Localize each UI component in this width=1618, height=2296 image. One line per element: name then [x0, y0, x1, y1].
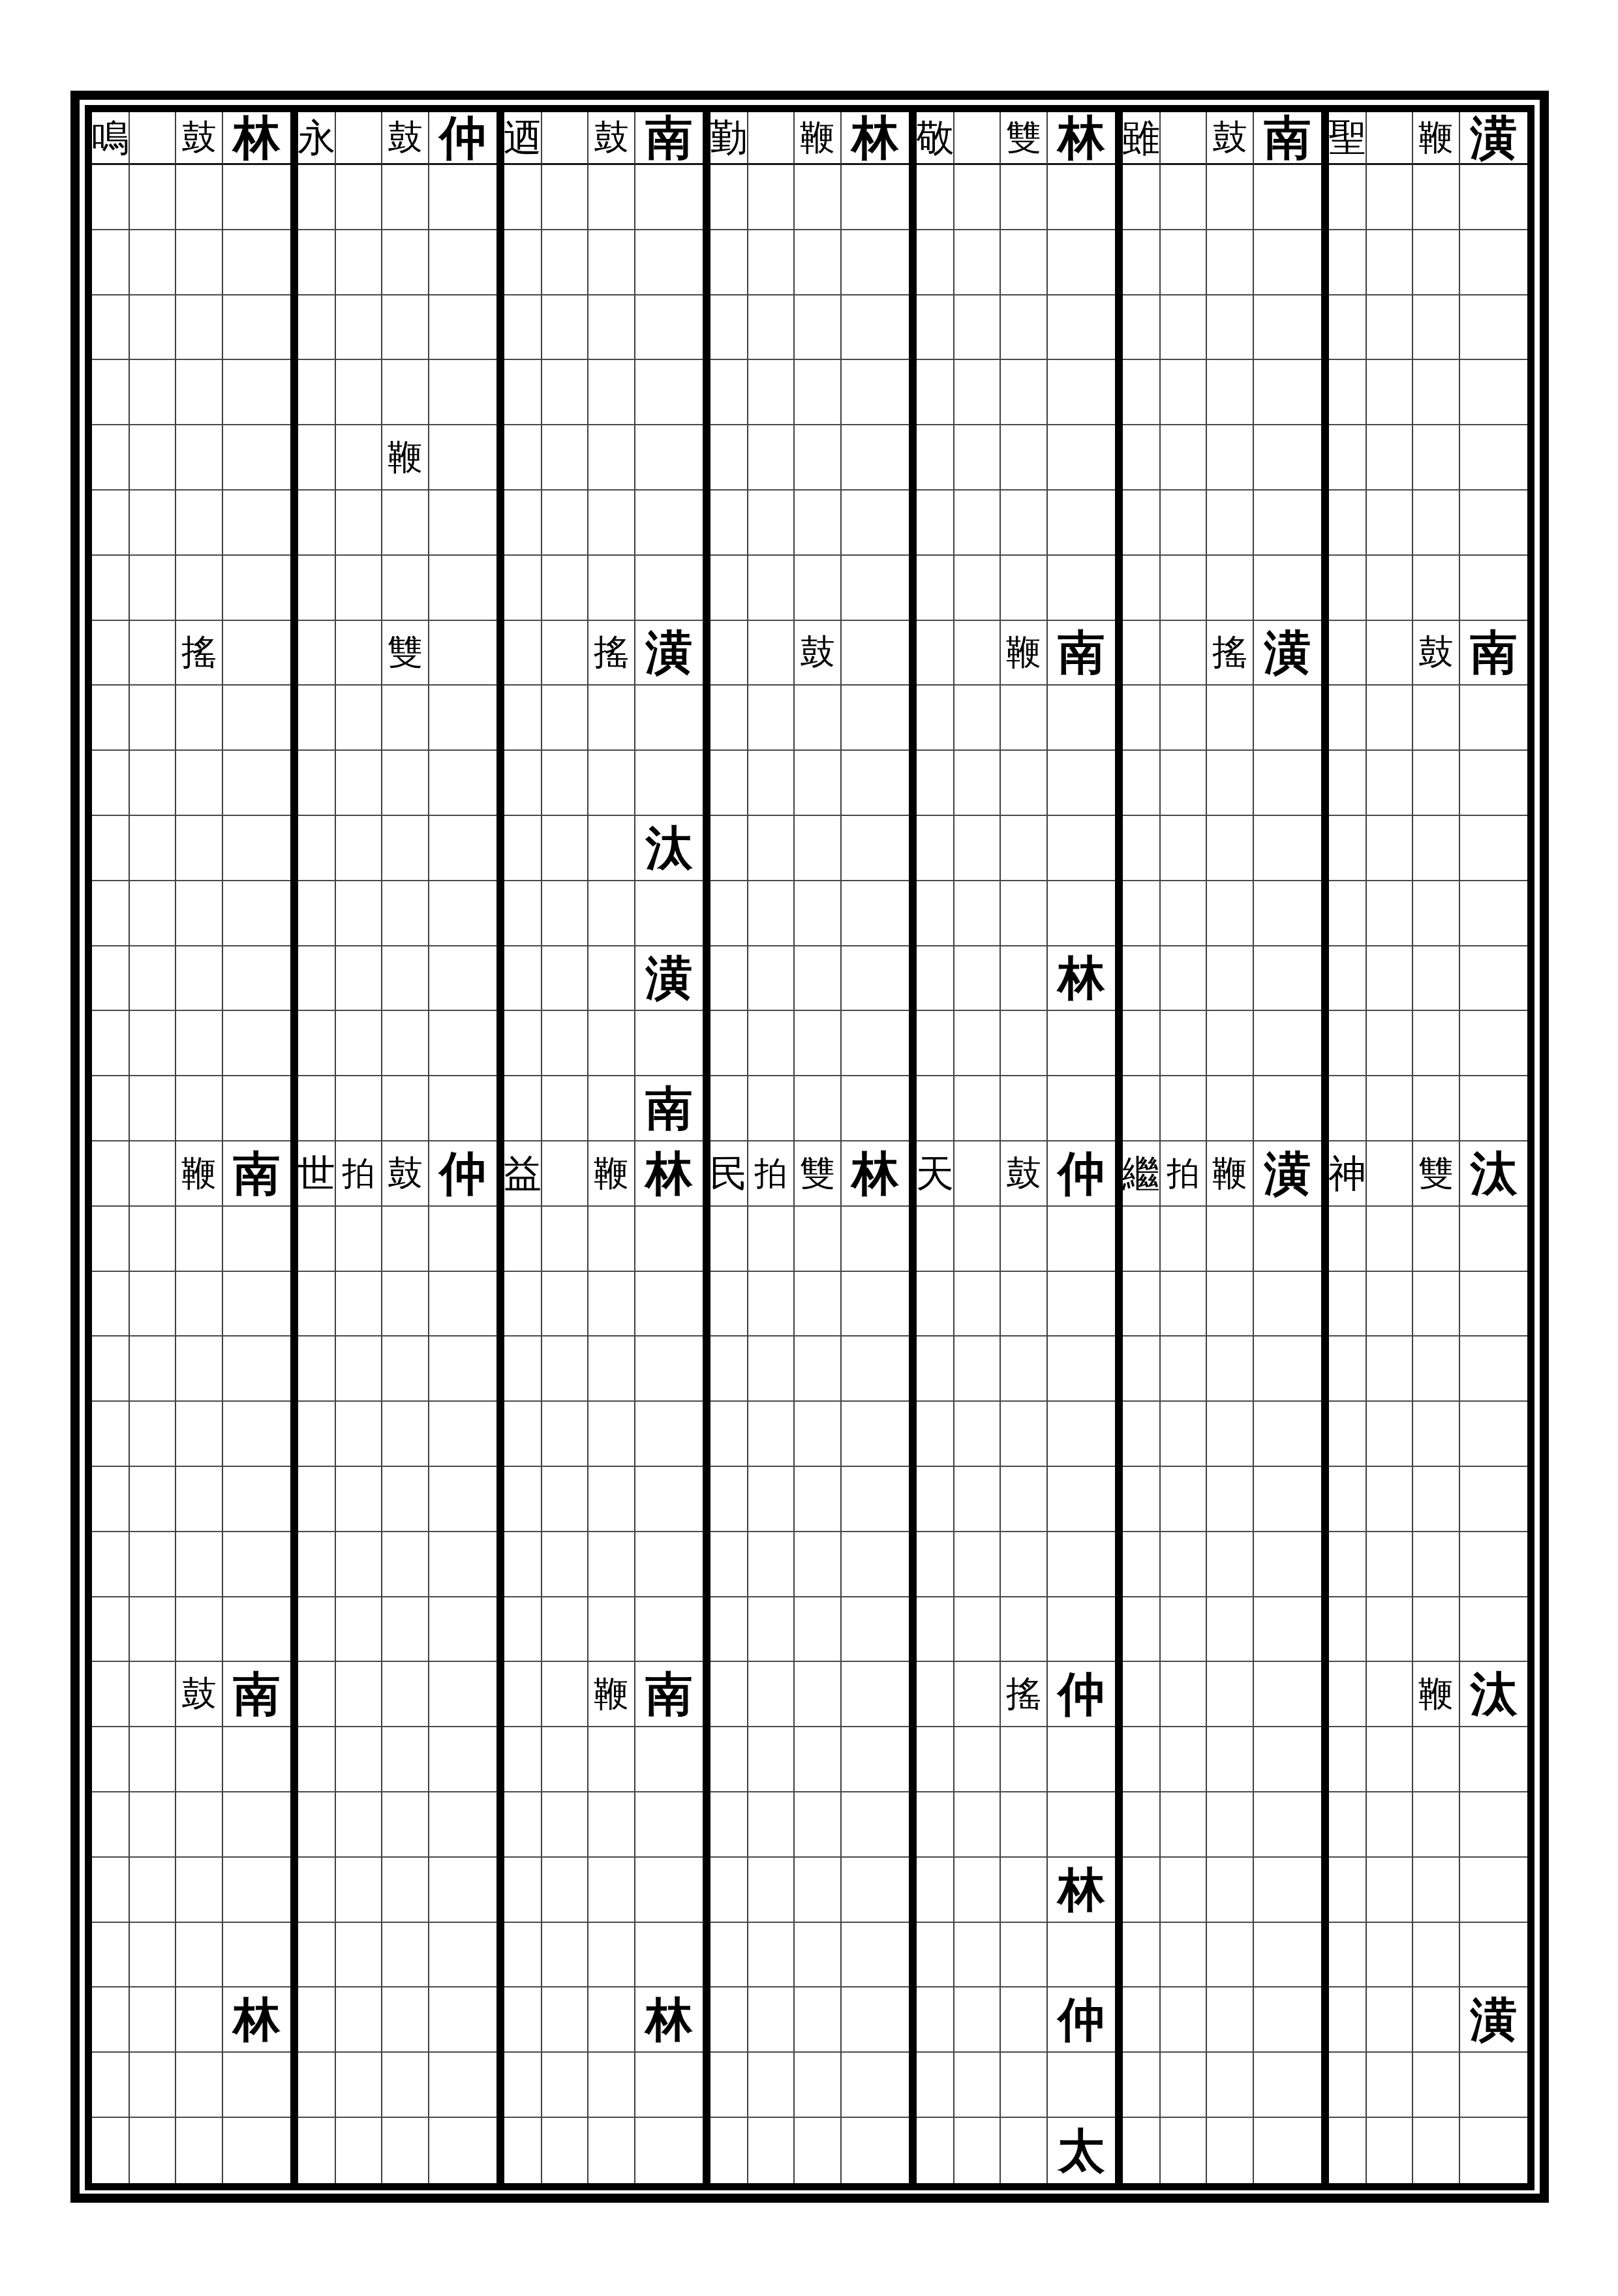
- drum-stroke-char: 鼓: [1006, 1156, 1041, 1191]
- jeonggan-cell-g1-r3-c3: [176, 230, 223, 295]
- jeonggan-cell-g2-r25-c4: [429, 1662, 496, 1727]
- jeonggan-cell-g5-r25-c4: 仲: [1048, 1662, 1115, 1727]
- jeonggan-cell-g6-r21-c3: [1207, 1402, 1254, 1467]
- jeonggan-cell-g2-r26-c4: [429, 1727, 496, 1792]
- jeonggan-cell-g2-r17-c4: 仲: [429, 1141, 496, 1207]
- jeonggan-cell-g4-r10-c2: [748, 686, 795, 751]
- jeonggan-cell-g4-r17-c4: 林: [842, 1141, 909, 1207]
- jeonggan-cell-g6-r14-c3: [1207, 946, 1254, 1012]
- jeonggan-cell-g7-r3-c1: [1329, 230, 1367, 295]
- jeonggan-cell-g3-r2-c2: [542, 165, 588, 230]
- jeonggan-cell-g3-r23-c2: [542, 1532, 588, 1597]
- jeonggan-cell-g5-r23-c1: [917, 1532, 954, 1597]
- jeonggan-cell-g7-r32-c1: [1329, 2118, 1367, 2183]
- jeonggan-cell-g4-r8-c1: [710, 556, 748, 621]
- jeonggan-cell-g5-r10-c3: [1001, 686, 1048, 751]
- jeonggan-cell-g5-r3-c1: [917, 230, 954, 295]
- jeonggan-cell-g4-r21-c3: [795, 1402, 842, 1467]
- jeonggan-cell-g7-r31-c3: [1413, 2053, 1460, 2118]
- jeonggan-cell-g3-r21-c4: [635, 1402, 703, 1467]
- jeonggan-cell-g5-r5-c1: [917, 360, 954, 425]
- jeonggan-cell-g3-r24-c1: [504, 1597, 542, 1663]
- jeonggan-cell-g4-r5-c4: [842, 360, 909, 425]
- jeonggan-cell-g2-r16-c3: [382, 1076, 429, 1141]
- jeonggan-cell-g3-r3-c4: [635, 230, 703, 295]
- jeonggan-cell-g6-r32-c1: [1123, 2118, 1161, 2183]
- jeonggan-cell-g4-r10-c4: [842, 686, 909, 751]
- jeonggan-cell-g7-r6-c2: [1367, 425, 1413, 491]
- jeonggan-cell-g4-r12-c2: [748, 816, 795, 881]
- jeonggan-cell-g7-r2-c1: [1329, 165, 1367, 230]
- jeonggan-cell-g7-r5-c4: [1460, 360, 1527, 425]
- jeonggan-cell-g5-r5-c2: [954, 360, 1001, 425]
- jeonggan-cell-g2-r7-c2: [336, 491, 382, 556]
- jeonggan-cell-g7-r8-c2: [1367, 556, 1413, 621]
- jeonggan-cell-g5-r25-c2: [954, 1662, 1001, 1727]
- jeonggan-cell-g3-r10-c1: [504, 686, 542, 751]
- drum-stroke-char: 鞭: [388, 440, 423, 475]
- jeonggan-cell-g2-r12-c2: [336, 816, 382, 881]
- jeonggan-cell-g5-r8-c2: [954, 556, 1001, 621]
- jeonggan-cell-g4-r18-c4: [842, 1207, 909, 1272]
- jeonggan-cell-g7-r29-c4: [1460, 1923, 1527, 1988]
- jeonggan-cell-g3-r5-c1: [504, 360, 542, 425]
- jeonggan-cell-g2-r24-c3: [382, 1597, 429, 1663]
- jeonggan-cell-g3-r11-c3: [588, 751, 635, 816]
- jeonggan-cell-g7-r18-c4: [1460, 1207, 1527, 1272]
- jeonggan-cell-g7-r8-c4: [1460, 556, 1527, 621]
- jeonggan-cell-g5-r26-c2: [954, 1727, 1001, 1792]
- jeonggan-cell-g5-r10-c1: [917, 686, 954, 751]
- jeonggan-cell-g3-r1-c3: 鼓: [588, 112, 635, 165]
- jeonggan-cell-g2-r24-c1: [298, 1597, 336, 1663]
- jeonggan-cell-g6-r10-c4: [1254, 686, 1321, 751]
- jeonggan-cell-g7-r18-c2: [1367, 1207, 1413, 1272]
- jeonggan-cell-g2-r25-c3: [382, 1662, 429, 1727]
- jeonggan-cell-g1-r21-c4: [223, 1402, 290, 1467]
- jeonggan-cell-g7-r5-c2: [1367, 360, 1413, 425]
- jeonggan-cell-g2-r32-c1: [298, 2118, 336, 2183]
- jeonggan-cell-g5-r11-c3: [1001, 751, 1048, 816]
- jeonggan-cell-g5-r12-c1: [917, 816, 954, 881]
- jeonggan-cell-g5-r22-c1: [917, 1467, 954, 1532]
- jeonggan-cell-g7-r9-c2: [1367, 621, 1413, 686]
- lyric-char: 勤: [710, 119, 748, 157]
- jeonggan-cell-g3-r21-c3: [588, 1402, 635, 1467]
- jeonggan-cell-g3-r20-c3: [588, 1337, 635, 1402]
- jeonggan-cell-g7-r19-c1: [1329, 1272, 1367, 1337]
- gak-column-group-1: 鳴鼓林搖鞭南鼓南林: [92, 112, 290, 2183]
- jeonggan-cell-g4-r4-c3: [795, 295, 842, 361]
- jeonggan-cell-g3-r15-c3: [588, 1011, 635, 1076]
- jeonggan-cell-g5-r16-c4: [1048, 1076, 1115, 1141]
- jeonggan-cell-g4-r2-c4: [842, 165, 909, 230]
- jeonggan-cell-g5-r7-c2: [954, 491, 1001, 556]
- pitch-char: 潢: [646, 954, 693, 1001]
- jeonggan-cell-g5-r1-c4: 林: [1048, 112, 1115, 165]
- jeonggan-cell-g6-r6-c4: [1254, 425, 1321, 491]
- score-grid: 鳴鼓林搖鞭南鼓南林 永鼓仲鞭雙世拍鼓仲 迺鼓南搖潢汰潢南益鞭林鞭南林 勤鞭林鼓民…: [92, 112, 1527, 2183]
- drum-stroke-char: 鞭: [594, 1676, 629, 1712]
- jeonggan-cell-g3-r14-c4: 潢: [635, 946, 703, 1012]
- jeonggan-cell-g7-r15-c3: [1413, 1011, 1460, 1076]
- jeonggan-cell-g1-r26-c4: [223, 1727, 290, 1792]
- jeonggan-cell-g2-r17-c1: 世: [298, 1141, 336, 1207]
- jeonggan-cell-g1-r25-c4: 南: [223, 1662, 290, 1727]
- jeonggan-cell-g2-r8-c3: [382, 556, 429, 621]
- jeonggan-cell-g7-r23-c3: [1413, 1532, 1460, 1597]
- jeonggan-cell-g1-r1-c3: 鼓: [176, 112, 223, 165]
- beat-char: 拍: [343, 1157, 375, 1190]
- jeonggan-cell-g1-r6-c2: [130, 425, 176, 491]
- jeonggan-cell-g5-r19-c2: [954, 1272, 1001, 1337]
- jeonggan-cell-g2-r32-c2: [336, 2118, 382, 2183]
- jeonggan-cell-g7-r5-c3: [1413, 360, 1460, 425]
- jeonggan-cell-g2-r24-c4: [429, 1597, 496, 1663]
- jeonggan-cell-g3-r4-c2: [542, 295, 588, 361]
- jeonggan-cell-g4-r5-c3: [795, 360, 842, 425]
- jeonggan-cell-g6-r19-c1: [1123, 1272, 1161, 1337]
- jeonggan-cell-g7-r4-c1: [1329, 295, 1367, 361]
- jeonggan-cell-g7-r23-c4: [1460, 1532, 1527, 1597]
- jeonggan-cell-g4-r4-c2: [748, 295, 795, 361]
- jeonggan-cell-g2-r13-c3: [382, 881, 429, 946]
- jeonggan-cell-g1-r13-c4: [223, 881, 290, 946]
- jeonggan-cell-g5-r28-c3: [1001, 1858, 1048, 1923]
- jeonggan-cell-g7-r18-c1: [1329, 1207, 1367, 1272]
- jeonggan-cell-g5-r28-c4: 林: [1048, 1858, 1115, 1923]
- jeonggan-cell-g7-r27-c4: [1460, 1792, 1527, 1858]
- jeonggan-cell-g4-r22-c3: [795, 1467, 842, 1532]
- jeonggan-cell-g7-r4-c3: [1413, 295, 1460, 361]
- drum-stroke-char: 雙: [388, 635, 423, 670]
- jeonggan-cell-g1-r5-c1: [92, 360, 130, 425]
- pitch-char: 南: [1264, 114, 1311, 161]
- jeonggan-cell-g5-r1-c2: [954, 112, 1001, 165]
- jeonggan-cell-g5-r11-c1: [917, 751, 954, 816]
- pitch-char: 仲: [1058, 1996, 1105, 2043]
- jeonggan-cell-g2-r16-c2: [336, 1076, 382, 1141]
- jeonggan-cell-g2-r3-c3: [382, 230, 429, 295]
- jeonggan-cell-g4-r12-c3: [795, 816, 842, 881]
- jeonggan-cell-g6-r12-c4: [1254, 816, 1321, 881]
- jeonggan-cell-g4-r1-c2: [748, 112, 795, 165]
- jeonggan-cell-g6-r28-c4: [1254, 1858, 1321, 1923]
- jeonggan-cell-g3-r32-c2: [542, 2118, 588, 2183]
- jeonggan-cell-g3-r32-c3: [588, 2118, 635, 2183]
- jeonggan-cell-g5-r30-c3: [1001, 1987, 1048, 2053]
- jeonggan-cell-g2-r28-c4: [429, 1858, 496, 1923]
- jeonggan-cell-g2-r1-c4: 仲: [429, 112, 496, 165]
- jeonggan-cell-g7-r10-c1: [1329, 686, 1367, 751]
- jeonggan-cell-g5-r11-c2: [954, 751, 1001, 816]
- jeonggan-cell-g3-r16-c2: [542, 1076, 588, 1141]
- jeonggan-cell-g2-r12-c3: [382, 816, 429, 881]
- jeonggan-cell-g6-r22-c3: [1207, 1467, 1254, 1532]
- jeonggan-cell-g1-r28-c3: [176, 1858, 223, 1923]
- jeonggan-cell-g4-r29-c3: [795, 1923, 842, 1988]
- jeonggan-cell-g3-r13-c4: [635, 881, 703, 946]
- jeonggan-cell-g6-r7-c3: [1207, 491, 1254, 556]
- jeonggan-cell-g5-r15-c4: [1048, 1011, 1115, 1076]
- drum-stroke-char: 雙: [1418, 1156, 1454, 1191]
- jeonggan-cell-g2-r12-c1: [298, 816, 336, 881]
- jeonggan-cell-g3-r3-c1: [504, 230, 542, 295]
- jeonggan-cell-g3-r19-c4: [635, 1272, 703, 1337]
- jeonggan-cell-g7-r27-c3: [1413, 1792, 1460, 1858]
- jeonggan-cell-g7-r8-c1: [1329, 556, 1367, 621]
- jeonggan-cell-g1-r19-c4: [223, 1272, 290, 1337]
- jeonggan-cell-g5-r17-c4: 仲: [1048, 1141, 1115, 1207]
- jeonggan-cell-g3-r22-c4: [635, 1467, 703, 1532]
- jeonggan-cell-g2-r2-c3: [382, 165, 429, 230]
- jeonggan-cell-g4-r7-c3: [795, 491, 842, 556]
- jeonggan-cell-g7-r28-c3: [1413, 1858, 1460, 1923]
- jeonggan-cell-g7-r22-c1: [1329, 1467, 1367, 1532]
- jeonggan-cell-g6-r4-c2: [1161, 295, 1207, 361]
- jeonggan-cell-g4-r5-c2: [748, 360, 795, 425]
- jeonggan-cell-g6-r29-c3: [1207, 1923, 1254, 1988]
- jeonggan-cell-g7-r28-c2: [1367, 1858, 1413, 1923]
- jeonggan-cell-g7-r32-c3: [1413, 2118, 1460, 2183]
- jeonggan-cell-g2-r4-c1: [298, 295, 336, 361]
- jeonggan-cell-g7-r13-c4: [1460, 881, 1527, 946]
- jeonggan-cell-g1-r21-c1: [92, 1402, 130, 1467]
- jeonggan-cell-g1-r20-c4: [223, 1337, 290, 1402]
- jeonggan-cell-g5-r1-c3: 雙: [1001, 112, 1048, 165]
- jeonggan-cell-g6-r1-c2: [1161, 112, 1207, 165]
- jeonggan-cell-g1-r4-c2: [130, 295, 176, 361]
- jeonggan-cell-g5-r28-c1: [917, 1858, 954, 1923]
- jeonggan-cell-g2-r30-c4: [429, 1987, 496, 2053]
- jeonggan-cell-g2-r7-c4: [429, 491, 496, 556]
- jeonggan-cell-g3-r20-c1: [504, 1337, 542, 1402]
- jeonggan-cell-g3-r23-c3: [588, 1532, 635, 1597]
- jeonggan-cell-g7-r29-c1: [1329, 1923, 1367, 1988]
- jeonggan-cell-g1-r20-c2: [130, 1337, 176, 1402]
- jeonggan-cell-g3-r26-c3: [588, 1727, 635, 1792]
- jeonggan-cell-g4-r30-c4: [842, 1987, 909, 2053]
- jeonggan-cell-g1-r26-c1: [92, 1727, 130, 1792]
- jeonggan-cell-g7-r21-c3: [1413, 1402, 1460, 1467]
- jeonggan-cell-g7-r20-c2: [1367, 1337, 1413, 1402]
- jeonggan-cell-g2-r27-c4: [429, 1792, 496, 1858]
- pitch-char: 林: [234, 114, 281, 161]
- jeonggan-cell-g1-r32-c2: [130, 2118, 176, 2183]
- jeonggan-cell-g7-r19-c2: [1367, 1272, 1413, 1337]
- jeonggan-cell-g1-r31-c3: [176, 2053, 223, 2118]
- jeonggan-cell-g7-r4-c4: [1460, 295, 1527, 361]
- jeonggan-cell-g4-r7-c1: [710, 491, 748, 556]
- drum-stroke-char: 鞭: [181, 1156, 217, 1191]
- jeonggan-cell-g2-r25-c2: [336, 1662, 382, 1727]
- jeonggan-cell-g7-r6-c4: [1460, 425, 1527, 491]
- jeonggan-cell-g7-r17-c2: [1367, 1141, 1413, 1207]
- jeonggan-cell-g1-r24-c3: [176, 1597, 223, 1663]
- jeonggan-cell-g3-r18-c4: [635, 1207, 703, 1272]
- jeonggan-cell-g2-r23-c1: [298, 1532, 336, 1597]
- jeonggan-cell-g6-r22-c4: [1254, 1467, 1321, 1532]
- jeonggan-cell-g1-r9-c2: [130, 621, 176, 686]
- jeonggan-cell-g6-r10-c2: [1161, 686, 1207, 751]
- jeonggan-cell-g6-r6-c2: [1161, 425, 1207, 491]
- jeonggan-cell-g2-r4-c2: [336, 295, 382, 361]
- jeonggan-cell-g1-r28-c1: [92, 1858, 130, 1923]
- jeonggan-cell-g3-r26-c2: [542, 1727, 588, 1792]
- jeonggan-cell-g4-r6-c1: [710, 425, 748, 491]
- jeonggan-cell-g3-r21-c1: [504, 1402, 542, 1467]
- jeonggan-cell-g5-r20-c2: [954, 1337, 1001, 1402]
- jeonggan-cell-g5-r28-c2: [954, 1858, 1001, 1923]
- jeonggan-cell-g4-r23-c2: [748, 1532, 795, 1597]
- jeonggan-cell-g2-r26-c3: [382, 1727, 429, 1792]
- jeonggan-cell-g5-r18-c3: [1001, 1207, 1048, 1272]
- jeonggan-cell-g4-r31-c4: [842, 2053, 909, 2118]
- jeonggan-cell-g6-r31-c4: [1254, 2053, 1321, 2118]
- lyric-char: 繼: [1122, 1155, 1160, 1192]
- jeonggan-cell-g6-r31-c3: [1207, 2053, 1254, 2118]
- jeonggan-cell-g1-r22-c4: [223, 1467, 290, 1532]
- jeonggan-cell-g5-r6-c4: [1048, 425, 1115, 491]
- jeonggan-cell-g7-r12-c1: [1329, 816, 1367, 881]
- jeonggan-cell-g2-r9-c2: [336, 621, 382, 686]
- pitch-char: 林: [1058, 1866, 1105, 1913]
- jeonggan-cell-g6-r2-c2: [1161, 165, 1207, 230]
- pitch-char: 林: [852, 1150, 899, 1197]
- jeonggan-cell-g4-r3-c4: [842, 230, 909, 295]
- jeonggan-cell-g7-r32-c2: [1367, 2118, 1413, 2183]
- jeonggan-cell-g7-r11-c1: [1329, 751, 1367, 816]
- jeonggan-cell-g6-r5-c4: [1254, 360, 1321, 425]
- jeonggan-cell-g1-r26-c3: [176, 1727, 223, 1792]
- jeonggan-cell-g6-r30-c2: [1161, 1987, 1207, 2053]
- jeonggan-cell-g1-r20-c1: [92, 1337, 130, 1402]
- jeonggan-cell-g5-r27-c2: [954, 1792, 1001, 1858]
- jeonggan-cell-g4-r4-c1: [710, 295, 748, 361]
- jeonggan-cell-g6-r7-c4: [1254, 491, 1321, 556]
- jeonggan-cell-g2-r10-c2: [336, 686, 382, 751]
- jeonggan-cell-g7-r2-c4: [1460, 165, 1527, 230]
- drum-stroke-char: 鼓: [181, 1676, 217, 1712]
- jeonggan-cell-g1-r14-c4: [223, 946, 290, 1012]
- jeonggan-cell-g2-r19-c2: [336, 1272, 382, 1337]
- jeonggan-cell-g2-r20-c2: [336, 1337, 382, 1402]
- jeonggan-cell-g1-r8-c1: [92, 556, 130, 621]
- jeonggan-cell-g7-r25-c4: 汰: [1460, 1662, 1527, 1727]
- jeonggan-cell-g1-r2-c1: [92, 165, 130, 230]
- jeonggan-cell-g4-r23-c1: [710, 1532, 748, 1597]
- jeonggan-cell-g4-r6-c4: [842, 425, 909, 491]
- jeonggan-cell-g6-r18-c4: [1254, 1207, 1321, 1272]
- jeonggan-cell-g2-r2-c4: [429, 165, 496, 230]
- jeonggan-cell-g4-r29-c2: [748, 1923, 795, 1988]
- jeonggan-cell-g1-r16-c2: [130, 1076, 176, 1141]
- jeonggan-cell-g3-r8-c1: [504, 556, 542, 621]
- jeonggan-cell-g7-r3-c2: [1367, 230, 1413, 295]
- jeonggan-cell-g7-r26-c2: [1367, 1727, 1413, 1792]
- jeonggan-cell-g1-r18-c4: [223, 1207, 290, 1272]
- jeonggan-cell-g6-r3-c3: [1207, 230, 1254, 295]
- jeonggan-cell-g1-r3-c2: [130, 230, 176, 295]
- jeonggan-cell-g6-r17-c3: 鞭: [1207, 1141, 1254, 1207]
- jeonggan-cell-g5-r32-c2: [954, 2118, 1001, 2183]
- jeonggan-cell-g2-r8-c4: [429, 556, 496, 621]
- jeonggan-cell-g5-r26-c3: [1001, 1727, 1048, 1792]
- jeonggan-cell-g4-r2-c1: [710, 165, 748, 230]
- jeonggan-cell-g4-r17-c2: 拍: [748, 1141, 795, 1207]
- jeonggan-cell-g6-r1-c4: 南: [1254, 112, 1321, 165]
- pitch-char: 潢: [1471, 1996, 1518, 2043]
- jeonggan-cell-g6-r4-c4: [1254, 295, 1321, 361]
- jeonggan-cell-g2-r5-c3: [382, 360, 429, 425]
- drum-stroke-char: 雙: [800, 1156, 835, 1191]
- jeonggan-cell-g6-r11-c2: [1161, 751, 1207, 816]
- jeonggan-cell-g7-r23-c1: [1329, 1532, 1367, 1597]
- jeonggan-cell-g1-r24-c4: [223, 1597, 290, 1663]
- jeonggan-cell-g5-r30-c1: [917, 1987, 954, 2053]
- jeonggan-cell-g1-r2-c4: [223, 165, 290, 230]
- jeonggan-cell-g5-r4-c2: [954, 295, 1001, 361]
- jeonggan-cell-g4-r30-c1: [710, 1987, 748, 2053]
- drum-stroke-char: 鼓: [388, 1156, 423, 1191]
- jeonggan-cell-g7-r25-c2: [1367, 1662, 1413, 1727]
- jeonggan-cell-g2-r15-c1: [298, 1011, 336, 1076]
- jeonggan-cell-g2-r3-c2: [336, 230, 382, 295]
- jeonggan-cell-g1-r8-c3: [176, 556, 223, 621]
- jeonggan-cell-g5-r6-c1: [917, 425, 954, 491]
- jeonggan-cell-g4-r8-c2: [748, 556, 795, 621]
- jeonggan-cell-g2-r26-c2: [336, 1727, 382, 1792]
- jeonggan-cell-g3-r9-c3: 搖: [588, 621, 635, 686]
- drum-stroke-char: 鼓: [594, 120, 629, 155]
- jeonggan-cell-g6-r22-c2: [1161, 1467, 1207, 1532]
- jeonggan-cell-g6-r30-c1: [1123, 1987, 1161, 2053]
- drum-stroke-char: 雙: [1006, 120, 1041, 155]
- jeonggan-cell-g4-r28-c2: [748, 1858, 795, 1923]
- jeonggan-cell-g6-r21-c2: [1161, 1402, 1207, 1467]
- jeonggan-cell-g7-r11-c2: [1367, 751, 1413, 816]
- jeonggan-cell-g6-r21-c1: [1123, 1402, 1161, 1467]
- jeonggan-cell-g7-r26-c1: [1329, 1727, 1367, 1792]
- jeonggan-cell-g6-r24-c1: [1123, 1597, 1161, 1663]
- jeonggan-cell-g4-r13-c2: [748, 881, 795, 946]
- jeonggan-cell-g3-r27-c1: [504, 1792, 542, 1858]
- jeonggan-cell-g2-r21-c3: [382, 1402, 429, 1467]
- jeonggan-cell-g1-r27-c1: [92, 1792, 130, 1858]
- jeonggan-cell-g6-r17-c1: 繼: [1123, 1141, 1161, 1207]
- jeonggan-cell-g5-r2-c4: [1048, 165, 1115, 230]
- jeonggan-cell-g3-r28-c3: [588, 1858, 635, 1923]
- jeonggan-cell-g2-r18-c1: [298, 1207, 336, 1272]
- jeonggan-cell-g1-r19-c3: [176, 1272, 223, 1337]
- jeonggan-cell-g3-r14-c2: [542, 946, 588, 1012]
- pitch-char: 林: [1058, 114, 1105, 161]
- jeonggan-cell-g3-r7-c2: [542, 491, 588, 556]
- jeonggan-cell-g3-r9-c4: 潢: [635, 621, 703, 686]
- drum-stroke-char: 鞭: [800, 120, 835, 155]
- jeonggan-cell-g5-r2-c2: [954, 165, 1001, 230]
- jeonggan-cell-g1-r28-c4: [223, 1858, 290, 1923]
- jeonggan-cell-g6-r17-c4: 潢: [1254, 1141, 1321, 1207]
- pitch-char: 林: [852, 114, 899, 161]
- jeonggan-cell-g5-r25-c1: [917, 1662, 954, 1727]
- jeonggan-cell-g5-r21-c2: [954, 1402, 1001, 1467]
- jeonggan-cell-g7-r7-c1: [1329, 491, 1367, 556]
- jeonggan-cell-g5-r17-c1: 天: [917, 1141, 954, 1207]
- jeonggan-cell-g1-r7-c4: [223, 491, 290, 556]
- jeonggan-cell-g6-r9-c4: 潢: [1254, 621, 1321, 686]
- jeonggan-cell-g4-r7-c2: [748, 491, 795, 556]
